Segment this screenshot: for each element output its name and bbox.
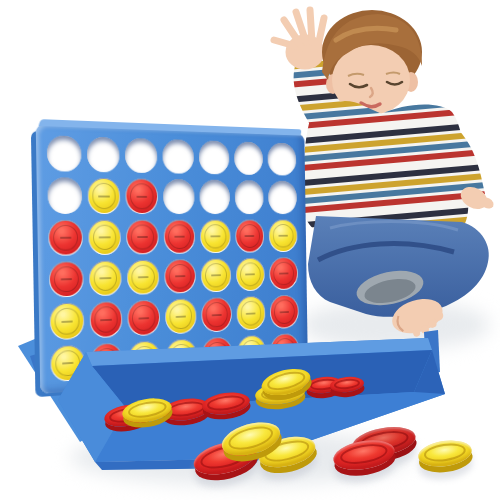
cell-r2c5	[199, 180, 230, 214]
cell-r3c7	[269, 219, 298, 252]
yellow-disc	[238, 335, 266, 368]
cell-r5c3	[128, 300, 161, 336]
red-flat-disc	[201, 390, 251, 417]
child-floor-shadow	[300, 300, 490, 350]
red-disc	[202, 298, 231, 331]
child-open-hand	[274, 10, 324, 66]
cell-r6c1	[50, 344, 85, 382]
cell-r1c4	[162, 139, 194, 174]
cell-r2c3	[126, 179, 159, 214]
yellow-disc	[129, 341, 160, 376]
cell-r6c2	[90, 342, 124, 379]
connect-four-board	[36, 124, 308, 394]
cell-r2c1	[47, 177, 82, 213]
red-disc	[165, 260, 195, 293]
red-disc	[127, 220, 158, 253]
cell-r1c1	[47, 135, 82, 172]
red-flat-disc	[103, 401, 152, 430]
yellow-flat-disc	[120, 395, 173, 426]
cell-r5c5	[201, 297, 232, 332]
cell-r3c5	[200, 219, 231, 253]
product-photo-scene	[0, 0, 500, 500]
tray-floor-shadow	[70, 430, 410, 485]
cell-r1c2	[86, 137, 120, 173]
child-torso	[302, 101, 469, 238]
yellow-flat-disc	[417, 437, 474, 469]
cell-r1c5	[199, 140, 230, 175]
cell-r6c6	[237, 334, 267, 369]
cell-r5c2	[89, 301, 123, 338]
cell-r3c4	[164, 219, 196, 254]
red-disc	[165, 220, 195, 253]
red-disc	[49, 221, 82, 255]
tray-right-cap	[414, 350, 445, 394]
cell-r4c6	[235, 258, 265, 292]
child-hair	[322, 14, 422, 80]
cell-r3c6	[235, 219, 265, 252]
yellow-disc	[88, 179, 120, 213]
cell-r3c3	[126, 219, 159, 254]
yellow-disc	[89, 220, 121, 254]
cell-r3c2	[88, 220, 122, 256]
yellow-disc	[50, 304, 83, 339]
cell-r2c4	[163, 179, 195, 213]
cell-r6c3	[128, 340, 161, 377]
yellow-disc	[167, 339, 197, 373]
cell-r5c6	[236, 296, 266, 330]
yellow-disc	[236, 259, 264, 291]
red-disc	[270, 258, 297, 290]
cell-r4c2	[89, 260, 123, 296]
cell-r1c7	[268, 143, 297, 176]
red-flat-disc	[329, 375, 364, 393]
cell-r6c4	[166, 338, 197, 374]
cell-r5c4	[165, 299, 197, 335]
child-left-arm	[434, 120, 496, 213]
cell-r2c6	[234, 180, 264, 213]
board-grid	[36, 124, 308, 394]
cell-r6c7	[271, 333, 300, 367]
yellow-disc	[51, 345, 84, 381]
red-disc	[271, 296, 298, 328]
red-flat-disc	[161, 396, 211, 423]
cell-r6c5	[202, 336, 233, 371]
cell-r4c1	[49, 261, 84, 298]
red-disc	[203, 337, 232, 371]
yellow-disc	[201, 220, 230, 252]
child-head	[322, 10, 422, 115]
cell-r5c7	[270, 295, 299, 329]
cell-r2c7	[268, 181, 297, 214]
cell-r1c3	[125, 138, 158, 174]
red-disc	[129, 301, 160, 335]
cell-r4c5	[200, 258, 231, 292]
cell-r4c3	[127, 260, 160, 296]
yellow-disc	[270, 220, 297, 251]
cell-r4c7	[269, 257, 298, 290]
cell-r3c1	[48, 220, 83, 256]
yellow-disc	[166, 300, 196, 334]
red-disc	[236, 220, 264, 252]
yellow-disc	[237, 297, 265, 330]
cell-r1c6	[234, 141, 264, 175]
red-disc	[90, 302, 122, 337]
cell-r4c4	[164, 259, 196, 294]
red-disc	[50, 262, 83, 297]
red-disc	[91, 343, 123, 378]
red-flat-disc	[305, 375, 342, 395]
cell-r5c1	[49, 303, 84, 340]
yellow-disc	[89, 261, 121, 295]
red-disc	[271, 334, 298, 366]
child-raised-arm	[274, 10, 354, 142]
yellow-flat-disc	[254, 380, 306, 406]
yellow-disc	[128, 261, 159, 295]
red-disc	[127, 180, 158, 213]
yellow-disc	[201, 259, 230, 292]
cell-r2c2	[87, 178, 121, 214]
